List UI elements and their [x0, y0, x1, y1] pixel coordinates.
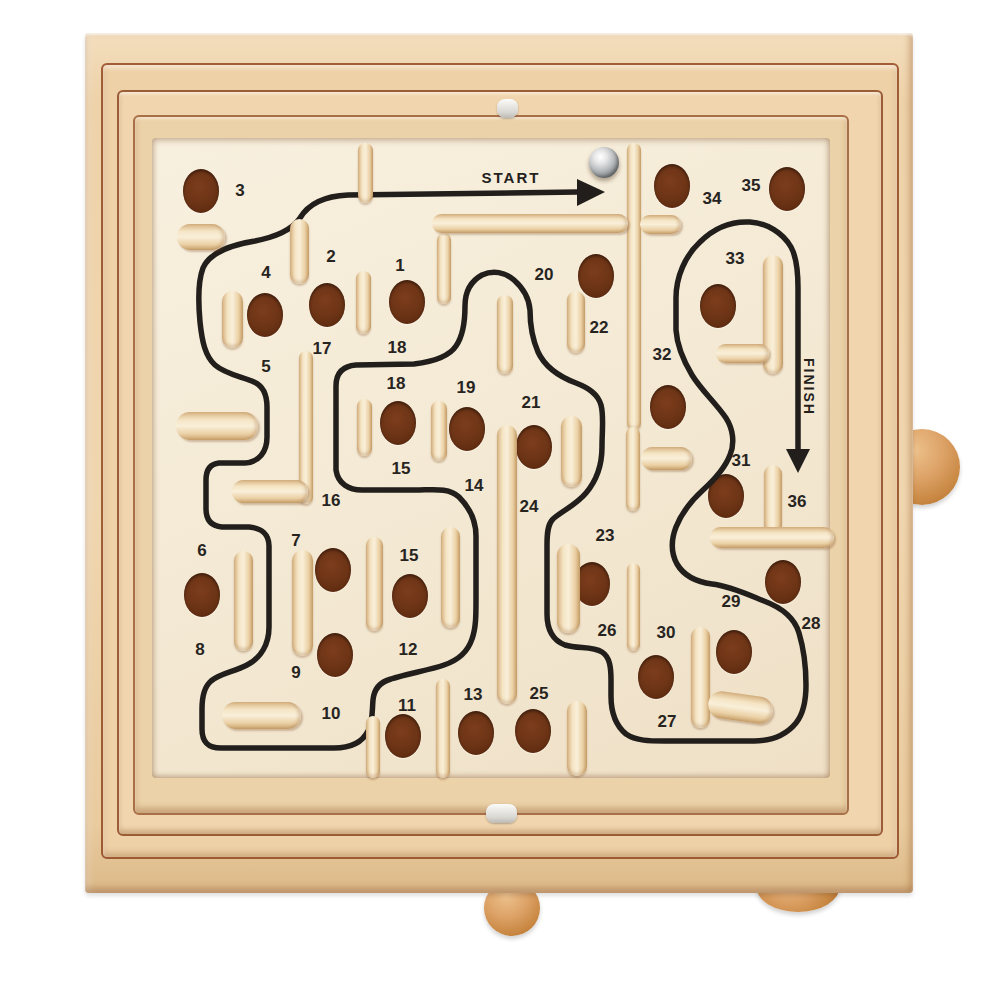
- maze-hole: [458, 711, 494, 755]
- hole-number-label: 3: [235, 181, 244, 201]
- hole-number-label: 5: [261, 357, 270, 377]
- wall-dowel-vertical: [497, 425, 517, 704]
- wall-dowel-vertical: [567, 291, 585, 353]
- maze-hole: [769, 167, 805, 211]
- wall-dowel-vertical: [497, 295, 513, 374]
- hole-number-label: 35: [742, 176, 761, 196]
- hole-number-label: 9: [291, 663, 300, 683]
- maze-hole: [700, 284, 736, 328]
- hole-number-label: 20: [535, 265, 554, 285]
- wall-dowel-horizontal: [222, 702, 301, 729]
- wall-dowel-vertical: [437, 233, 451, 304]
- start-label: START: [482, 169, 541, 186]
- hole-number-label: 33: [726, 249, 745, 269]
- maze-hole: [184, 573, 220, 617]
- maze-hole: [315, 548, 351, 592]
- wall-dowel-vertical: [627, 563, 640, 651]
- hole-number-label: 17: [313, 339, 332, 359]
- maze-hole: [247, 293, 283, 337]
- hole-number-label: 21: [522, 393, 541, 413]
- wall-dowel-vertical: [567, 701, 587, 776]
- maze-hole: [309, 283, 345, 327]
- maze-hole: [650, 385, 686, 429]
- hole-number-label: 25: [530, 684, 549, 704]
- wall-dowel-horizontal: [710, 527, 834, 548]
- wall-dowel-vertical: [222, 291, 243, 348]
- hole-number-label: 27: [658, 712, 677, 732]
- maze-hole: [380, 401, 416, 445]
- hole-number-label: 2: [326, 247, 335, 267]
- maze-hole: [716, 630, 752, 674]
- hole-number-label: 7: [291, 531, 300, 551]
- wall-dowel-vertical: [431, 401, 447, 461]
- hole-number-label: 10: [322, 704, 341, 724]
- maze-hole: [765, 560, 801, 604]
- wall-dowel-vertical: [626, 427, 640, 511]
- maze-hole: [183, 169, 219, 213]
- maze-hole: [516, 425, 552, 469]
- hole-number-label: 18: [387, 374, 406, 394]
- hole-number-label: 29: [722, 592, 741, 612]
- hole-number-label: 31: [732, 451, 751, 471]
- wall-dowel-vertical: [436, 679, 450, 778]
- wall-dowel-vertical: [357, 399, 372, 456]
- hole-number-label: 15: [392, 459, 411, 479]
- maze-hole: [515, 709, 551, 753]
- wall-dowel-vertical: [366, 537, 383, 631]
- wall-dowel-horizontal: [640, 215, 681, 234]
- hole-number-label: 4: [261, 263, 270, 283]
- wall-dowel-vertical: [557, 544, 580, 633]
- maze-hole: [638, 655, 674, 699]
- wall-dowel-vertical: [292, 550, 313, 656]
- wall-dowel-vertical: [366, 716, 380, 778]
- maze-hole: [392, 574, 428, 618]
- hole-number-label: 11: [398, 696, 416, 716]
- hole-number-label: 16: [322, 491, 341, 511]
- wall-dowel-vertical: [358, 143, 373, 203]
- wall-dowel-vertical: [234, 551, 253, 651]
- maze-hole: [578, 254, 614, 298]
- wall-dowel-vertical: [441, 527, 460, 628]
- wall-dowel-vertical: [290, 219, 309, 284]
- hole-number-label: 15: [400, 546, 419, 566]
- hole-number-label: 23: [596, 526, 615, 546]
- wall-dowel-vertical: [764, 465, 782, 534]
- hole-number-label: 26: [598, 621, 617, 641]
- wall-dowel-horizontal: [641, 447, 692, 470]
- hole-number-label: 22: [590, 318, 609, 338]
- hole-number-label: 14: [465, 476, 484, 496]
- maze-hole: [708, 474, 744, 518]
- maze-hole: [389, 280, 425, 324]
- hole-number-label: 28: [802, 614, 821, 634]
- labyrinth-game: START FINISH 321417185181915141620222124…: [0, 0, 1000, 1000]
- hole-number-label: 19: [457, 378, 476, 398]
- hole-number-label: 6: [197, 541, 206, 561]
- hole-number-label: 12: [399, 640, 418, 660]
- wall-dowel-vertical: [356, 271, 371, 334]
- maze-hole: [317, 633, 353, 677]
- hole-number-label: 18: [388, 338, 407, 358]
- hole-number-label: 36: [788, 492, 807, 512]
- wall-dowel-horizontal: [716, 344, 769, 363]
- maze-hole: [449, 407, 485, 451]
- hole-number-label: 34: [703, 189, 722, 209]
- wall-dowel-horizontal: [177, 224, 225, 250]
- hole-number-label: 13: [464, 685, 483, 705]
- finish-label: FINISH: [801, 358, 817, 416]
- hole-number-label: 24: [520, 497, 539, 517]
- hole-number-label: 32: [653, 345, 672, 365]
- wall-dowel-vertical: [627, 143, 641, 430]
- steel-ball[interactable]: [589, 147, 619, 178]
- wall-dowel-horizontal: [432, 214, 628, 233]
- maze-hole: [385, 714, 421, 758]
- maze-hole: [654, 164, 690, 208]
- top-pivot-peg: [497, 99, 518, 118]
- bottom-pivot-peg: [486, 804, 517, 823]
- wall-dowel-horizontal: [176, 412, 258, 440]
- wall-dowel-vertical: [691, 627, 710, 728]
- hole-number-label: 1: [395, 256, 404, 276]
- maze-playfield[interactable]: [152, 138, 830, 778]
- hole-number-label: 8: [195, 640, 204, 660]
- wall-dowel-vertical: [561, 416, 582, 487]
- wall-dowel-horizontal: [232, 480, 308, 503]
- hole-number-label: 30: [657, 623, 676, 643]
